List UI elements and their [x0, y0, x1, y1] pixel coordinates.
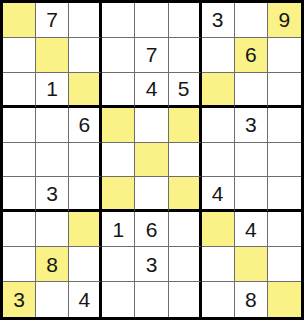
cell-r8c4[interactable]	[102, 247, 135, 282]
cell-r6c6[interactable]	[169, 177, 202, 212]
cell-r3c8[interactable]	[235, 73, 268, 108]
cell-r2c9[interactable]	[268, 38, 301, 73]
cell-r1c1[interactable]	[3, 3, 36, 38]
cell-r4c7[interactable]	[202, 108, 235, 143]
cell-r3c7[interactable]	[202, 73, 235, 108]
cell-r3c1[interactable]	[3, 73, 36, 108]
cell-r8c9[interactable]	[268, 247, 301, 282]
cell-r8c2[interactable]: 8	[36, 247, 69, 282]
cell-r3c9[interactable]	[268, 73, 301, 108]
cell-r5c4[interactable]	[102, 143, 135, 178]
cell-r7c9[interactable]	[268, 212, 301, 247]
cell-r8c1[interactable]	[3, 247, 36, 282]
cell-r6c9[interactable]	[268, 177, 301, 212]
cell-r4c3[interactable]: 6	[69, 108, 102, 143]
cell-r7c8[interactable]: 4	[235, 212, 268, 247]
cell-r1c3[interactable]	[69, 3, 102, 38]
cell-r6c5[interactable]	[135, 177, 168, 212]
cell-r4c9[interactable]	[268, 108, 301, 143]
cell-r9c5[interactable]	[135, 282, 168, 317]
cell-r4c5[interactable]	[135, 108, 168, 143]
cell-r1c7[interactable]: 3	[202, 3, 235, 38]
cell-r5c7[interactable]	[202, 143, 235, 178]
cell-r9c3[interactable]: 4	[69, 282, 102, 317]
cell-r9c1[interactable]: 3	[3, 282, 36, 317]
cell-r9c7[interactable]	[202, 282, 235, 317]
cell-r1c4[interactable]	[102, 3, 135, 38]
sudoku-page: 73976145633416483348	[0, 0, 304, 320]
cell-r3c2[interactable]: 1	[36, 73, 69, 108]
cell-r5c1[interactable]	[3, 143, 36, 178]
cell-r2c6[interactable]	[169, 38, 202, 73]
cell-r8c8[interactable]	[235, 247, 268, 282]
cell-r5c9[interactable]	[268, 143, 301, 178]
cell-r6c8[interactable]	[235, 177, 268, 212]
cell-r2c2[interactable]	[36, 38, 69, 73]
cell-r9c9[interactable]	[268, 282, 301, 317]
cell-r7c5[interactable]: 6	[135, 212, 168, 247]
cell-r9c8[interactable]: 8	[235, 282, 268, 317]
cell-r8c5[interactable]: 3	[135, 247, 168, 282]
cell-r5c2[interactable]	[36, 143, 69, 178]
cell-r5c3[interactable]	[69, 143, 102, 178]
cell-r4c6[interactable]	[169, 108, 202, 143]
cell-r6c7[interactable]: 4	[202, 177, 235, 212]
cell-r6c1[interactable]	[3, 177, 36, 212]
cell-r4c4[interactable]	[102, 108, 135, 143]
cell-r1c8[interactable]	[235, 3, 268, 38]
cell-r1c6[interactable]	[169, 3, 202, 38]
cell-r5c5[interactable]	[135, 143, 168, 178]
cell-r2c7[interactable]	[202, 38, 235, 73]
cell-r6c3[interactable]	[69, 177, 102, 212]
cell-r5c8[interactable]	[235, 143, 268, 178]
cell-r7c2[interactable]	[36, 212, 69, 247]
cell-r7c4[interactable]: 1	[102, 212, 135, 247]
cell-r7c1[interactable]	[3, 212, 36, 247]
sudoku-board: 73976145633416483348	[0, 0, 304, 320]
cell-r1c5[interactable]	[135, 3, 168, 38]
cell-r7c6[interactable]	[169, 212, 202, 247]
cell-r9c2[interactable]	[36, 282, 69, 317]
cell-r4c1[interactable]	[3, 108, 36, 143]
cell-r3c6[interactable]: 5	[169, 73, 202, 108]
cell-r7c3[interactable]	[69, 212, 102, 247]
cell-r9c6[interactable]	[169, 282, 202, 317]
cell-r4c2[interactable]	[36, 108, 69, 143]
cell-r2c3[interactable]	[69, 38, 102, 73]
cell-r5c6[interactable]	[169, 143, 202, 178]
cell-r2c1[interactable]	[3, 38, 36, 73]
cell-r3c4[interactable]	[102, 73, 135, 108]
cell-r9c4[interactable]	[102, 282, 135, 317]
cell-r3c5[interactable]: 4	[135, 73, 168, 108]
cell-r1c9[interactable]: 9	[268, 3, 301, 38]
cell-r6c4[interactable]	[102, 177, 135, 212]
cell-r1c2[interactable]: 7	[36, 3, 69, 38]
cell-r2c5[interactable]: 7	[135, 38, 168, 73]
cell-r2c8[interactable]: 6	[235, 38, 268, 73]
cell-r7c7[interactable]	[202, 212, 235, 247]
cell-r3c3[interactable]	[69, 73, 102, 108]
cell-r2c4[interactable]	[102, 38, 135, 73]
cell-r8c3[interactable]	[69, 247, 102, 282]
cell-r8c6[interactable]	[169, 247, 202, 282]
cell-r4c8[interactable]: 3	[235, 108, 268, 143]
cell-r6c2[interactable]: 3	[36, 177, 69, 212]
cell-r8c7[interactable]	[202, 247, 235, 282]
